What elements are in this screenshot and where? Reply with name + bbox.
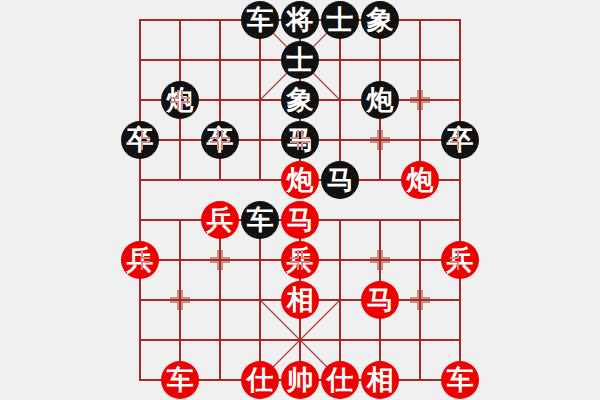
point-marker — [128, 128, 152, 152]
xiangqi-board[interactable]: 车将士象士炮象炮卒卒马卒炮马炮兵车马兵兵兵相马车仕帅仕相车 — [120, 0, 480, 400]
piece-red-elephant[interactable]: 相 — [281, 281, 319, 319]
piece-black-horse[interactable]: 马 — [321, 161, 359, 199]
piece-black-chariot[interactable]: 车 — [241, 1, 279, 39]
board-grid: 车将士象士炮象炮卒卒马卒炮马炮兵车马兵兵兵相马车仕帅仕相车 — [120, 0, 480, 400]
piece-red-elephant[interactable]: 相 — [361, 361, 399, 399]
point-marker — [168, 88, 192, 112]
piece-black-advisor[interactable]: 士 — [321, 1, 359, 39]
piece-black-elephant[interactable]: 象 — [361, 1, 399, 39]
point-marker — [408, 288, 432, 312]
piece-black-chariot[interactable]: 车 — [241, 201, 279, 239]
point-marker — [208, 248, 232, 272]
piece-black-general[interactable]: 将 — [281, 1, 319, 39]
piece-red-advisor[interactable]: 仕 — [321, 361, 359, 399]
point-marker — [288, 248, 312, 272]
piece-red-chariot[interactable]: 车 — [441, 361, 479, 399]
piece-red-cannon[interactable]: 炮 — [281, 161, 319, 199]
piece-red-soldier[interactable]: 兵 — [201, 201, 239, 239]
piece-black-elephant[interactable]: 象 — [281, 81, 319, 119]
piece-black-cannon[interactable]: 炮 — [361, 81, 399, 119]
piece-red-general[interactable]: 帅 — [281, 361, 319, 399]
point-marker — [168, 288, 192, 312]
point-marker — [368, 248, 392, 272]
point-marker — [448, 248, 472, 272]
point-marker — [368, 128, 392, 152]
piece-red-horse[interactable]: 马 — [361, 281, 399, 319]
piece-red-cannon[interactable]: 炮 — [401, 161, 439, 199]
piece-black-advisor[interactable]: 士 — [281, 41, 319, 79]
piece-red-horse[interactable]: 马 — [281, 201, 319, 239]
point-marker — [288, 128, 312, 152]
piece-red-chariot[interactable]: 车 — [161, 361, 199, 399]
point-marker — [408, 88, 432, 112]
point-marker — [448, 128, 472, 152]
point-marker — [208, 128, 232, 152]
piece-red-advisor[interactable]: 仕 — [241, 361, 279, 399]
point-marker — [128, 248, 152, 272]
